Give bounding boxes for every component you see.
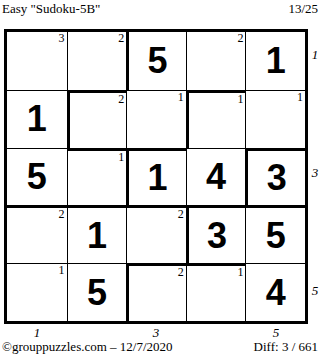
- cell-r2c3[interactable]: 1: [126, 90, 186, 148]
- puzzle-title: Easy "Sudoku-5B": [2, 1, 100, 17]
- cell-r1c2[interactable]: 2: [67, 32, 127, 90]
- sudoku-grid: 3252112111511432123515214: [4, 29, 308, 324]
- cell-r2c5[interactable]: 1: [245, 90, 305, 148]
- cell-r5c5[interactable]: 4: [245, 263, 305, 321]
- col-label-3: 3: [126, 326, 186, 339]
- big-digit: 3: [267, 160, 287, 196]
- row-label-3: 3: [310, 166, 320, 180]
- cell-r3c5[interactable]: 3: [245, 148, 305, 206]
- copyright-text: ©grouppuzzles.com – 12/7/2020: [2, 339, 173, 355]
- cell-r5c3[interactable]: 2: [126, 263, 186, 321]
- row-label-5: 5: [310, 284, 320, 298]
- cell-r3c3[interactable]: 1: [126, 148, 186, 206]
- cell-r1c3[interactable]: 5: [126, 32, 186, 90]
- cell-r3c1[interactable]: 5: [7, 148, 67, 206]
- corner-mark: 2: [118, 93, 124, 105]
- col-label-1: 1: [7, 326, 67, 339]
- corner-mark: 2: [178, 208, 184, 220]
- cell-r4c2[interactable]: 1: [67, 205, 127, 263]
- cell-r1c4[interactable]: 2: [186, 32, 246, 90]
- page: { "game": "5x5 irregular (pentomino-regi…: [0, 0, 320, 355]
- big-digit: 5: [87, 275, 107, 311]
- cell-r3c2[interactable]: 1: [67, 148, 127, 206]
- corner-mark: 1: [59, 264, 65, 276]
- cell-r4c4[interactable]: 3: [186, 205, 246, 263]
- cell-r4c5[interactable]: 5: [245, 205, 305, 263]
- big-digit: 5: [147, 43, 167, 79]
- cell-r5c2[interactable]: 5: [67, 263, 127, 321]
- cell-r5c4[interactable]: 1: [186, 263, 246, 321]
- corner-mark: 1: [297, 91, 303, 103]
- big-digit: 1: [266, 43, 286, 79]
- progress-counter: 13/25: [288, 1, 318, 17]
- big-digit: 1: [87, 218, 107, 254]
- cell-r2c2[interactable]: 2: [67, 90, 127, 148]
- big-digit: 5: [27, 159, 47, 195]
- cell-r4c1[interactable]: 2: [7, 205, 67, 263]
- big-digit: 4: [266, 275, 286, 311]
- cell-r4c3[interactable]: 2: [126, 205, 186, 263]
- corner-mark: 2: [237, 32, 243, 44]
- difficulty-text: Diff: 3 / 661: [254, 339, 318, 355]
- big-digit: 3: [207, 218, 227, 254]
- big-digit: 1: [147, 160, 167, 196]
- cell-r1c1[interactable]: 3: [7, 32, 67, 90]
- corner-mark: 3: [59, 32, 65, 44]
- corner-mark: 1: [178, 91, 184, 103]
- big-digit: 5: [266, 218, 286, 254]
- cell-r1c5[interactable]: 1: [245, 32, 305, 90]
- row-label-1: 1: [310, 48, 320, 62]
- cell-r2c4[interactable]: 1: [186, 90, 246, 148]
- cell-r3c4[interactable]: 4: [186, 148, 246, 206]
- corner-mark: 1: [118, 151, 124, 163]
- corner-mark: 2: [118, 32, 124, 44]
- corner-mark: 2: [178, 266, 184, 278]
- cell-r5c1[interactable]: 1: [7, 263, 67, 321]
- corner-mark: 1: [237, 93, 243, 105]
- big-digit: 4: [206, 159, 226, 195]
- cell-r2c1[interactable]: 1: [7, 90, 67, 148]
- corner-mark: 1: [237, 266, 243, 278]
- col-label-5: 5: [246, 326, 306, 339]
- big-digit: 1: [27, 101, 47, 137]
- corner-mark: 2: [59, 208, 65, 220]
